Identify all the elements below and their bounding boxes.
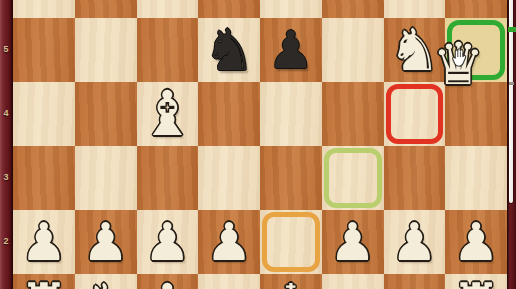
- square-a6[interactable]: [13, 0, 75, 18]
- white-king-e1[interactable]: ♚: [264, 276, 318, 289]
- square-c3[interactable]: [137, 146, 199, 210]
- square-g3[interactable]: [384, 146, 446, 210]
- square-b4[interactable]: [75, 82, 137, 146]
- chess-board[interactable]: ♞♟♞♛♝♟♟♟♟♟♟♟♜♞♝♚♜: [13, 0, 507, 289]
- square-b5[interactable]: [75, 18, 137, 82]
- white-pawn-c2[interactable]: ♟: [144, 216, 191, 268]
- square-d4[interactable]: [198, 82, 260, 146]
- square-d1[interactable]: [198, 274, 260, 289]
- square-h6[interactable]: [445, 0, 507, 18]
- square-h2[interactable]: ♟: [445, 210, 507, 274]
- green-marker-tick: [508, 27, 516, 32]
- white-pawn-a2[interactable]: ♟: [21, 216, 68, 268]
- square-a5[interactable]: [13, 18, 75, 82]
- square-a1[interactable]: ♜: [13, 274, 75, 289]
- white-pawn-g2[interactable]: ♟: [391, 216, 438, 268]
- square-a3[interactable]: [13, 146, 75, 210]
- rank-label-4: 4: [0, 108, 12, 118]
- square-e5[interactable]: ♟: [260, 18, 322, 82]
- square-c6[interactable]: [137, 0, 199, 18]
- square-h1[interactable]: ♜: [445, 274, 507, 289]
- square-g2[interactable]: ♟: [384, 210, 446, 274]
- square-e1[interactable]: ♚: [260, 274, 322, 289]
- board-frame-left: 5432: [0, 0, 13, 289]
- square-h3[interactable]: [445, 146, 507, 210]
- yellow-green-highlight-f3: [324, 148, 382, 208]
- white-knight-b1[interactable]: ♞: [80, 276, 132, 289]
- square-b2[interactable]: ♟: [75, 210, 137, 274]
- white-rook-a1[interactable]: ♜: [19, 276, 69, 289]
- square-a4[interactable]: [13, 82, 75, 146]
- square-f6[interactable]: [322, 0, 384, 18]
- square-e4[interactable]: [260, 82, 322, 146]
- square-c2[interactable]: ♟: [137, 210, 199, 274]
- white-pawn-b2[interactable]: ♟: [82, 216, 129, 268]
- square-c4[interactable]: ♝: [137, 82, 199, 146]
- rank-label-2: 2: [0, 236, 12, 246]
- orange-highlight-e2: [262, 212, 320, 272]
- square-e3[interactable]: [260, 146, 322, 210]
- square-c1[interactable]: ♝: [137, 274, 199, 289]
- white-pawn-h2[interactable]: ♟: [453, 216, 500, 268]
- square-d5[interactable]: ♞: [198, 18, 260, 82]
- square-d3[interactable]: [198, 146, 260, 210]
- square-e2[interactable]: [260, 210, 322, 274]
- rank-label-3: 3: [0, 172, 12, 182]
- white-bishop-c1[interactable]: ♝: [140, 276, 196, 289]
- black-pawn-e5[interactable]: ♟: [268, 24, 315, 76]
- square-d2[interactable]: ♟: [198, 210, 260, 274]
- chess-app-screenshot: ♞♟♞♛♝♟♟♟♟♟♟♟♜♞♝♚♜ 5432: [0, 0, 516, 289]
- square-f3[interactable]: [322, 146, 384, 210]
- white-rook-h1[interactable]: ♜: [451, 276, 501, 289]
- square-c5[interactable]: [137, 18, 199, 82]
- gray-marker-tick: [509, 82, 514, 85]
- square-f5[interactable]: [322, 18, 384, 82]
- square-b6[interactable]: [75, 0, 137, 18]
- square-g1[interactable]: [384, 274, 446, 289]
- black-knight-d5[interactable]: ♞: [203, 21, 255, 79]
- grab-hand-cursor-icon: [449, 46, 469, 73]
- white-pawn-f2[interactable]: ♟: [329, 216, 376, 268]
- square-a2[interactable]: ♟: [13, 210, 75, 274]
- square-f2[interactable]: ♟: [322, 210, 384, 274]
- white-pawn-d2[interactable]: ♟: [206, 216, 253, 268]
- square-e6[interactable]: [260, 0, 322, 18]
- square-f1[interactable]: [322, 274, 384, 289]
- white-bishop-c4[interactable]: ♝: [140, 83, 196, 145]
- square-f4[interactable]: [322, 82, 384, 146]
- square-b3[interactable]: [75, 146, 137, 210]
- rank-label-5: 5: [0, 44, 12, 54]
- square-b1[interactable]: ♞: [75, 274, 137, 289]
